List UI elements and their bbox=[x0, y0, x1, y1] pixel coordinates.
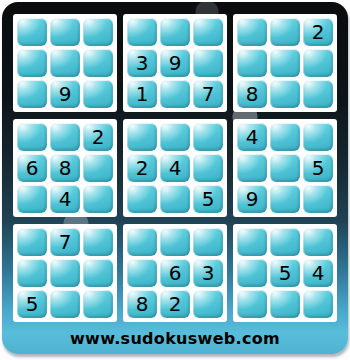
caption-band: www.sudokusweb.com bbox=[2, 322, 348, 354]
cell-r9c5[interactable]: 2 bbox=[160, 290, 190, 318]
cell-r4c8[interactable] bbox=[270, 123, 300, 151]
cell-r8c4[interactable] bbox=[127, 259, 157, 287]
cell-r2c3[interactable] bbox=[83, 49, 113, 77]
cell-r7c5[interactable] bbox=[160, 228, 190, 256]
cell-r8c9[interactable]: 4 bbox=[303, 259, 333, 287]
cell-r1c9[interactable]: 2 bbox=[303, 18, 333, 46]
cell-r3c2[interactable]: 9 bbox=[50, 80, 80, 108]
cell-r8c7[interactable] bbox=[237, 259, 267, 287]
cell-r8c5[interactable]: 6 bbox=[160, 259, 190, 287]
sudoku-box: 6382 bbox=[123, 224, 227, 322]
cell-r9c2[interactable] bbox=[50, 290, 80, 318]
cell-r4c5[interactable] bbox=[160, 123, 190, 151]
cell-r5c5[interactable]: 4 bbox=[160, 154, 190, 182]
cell-r1c3[interactable] bbox=[83, 18, 113, 46]
sudoku-box: 54 bbox=[233, 224, 337, 322]
cell-r3c3[interactable] bbox=[83, 80, 113, 108]
sudoku-board-panel: 9 3917 28 2684 245 459 75 6382 54 www.su… bbox=[2, 2, 348, 354]
cell-r6c4[interactable] bbox=[127, 185, 157, 213]
cell-r3c7[interactable]: 8 bbox=[237, 80, 267, 108]
cell-r9c4[interactable]: 8 bbox=[127, 290, 157, 318]
cell-r5c7[interactable] bbox=[237, 154, 267, 182]
cell-r2c1[interactable] bbox=[17, 49, 47, 77]
sudoku-box: 9 bbox=[13, 14, 117, 112]
cell-r9c8[interactable] bbox=[270, 290, 300, 318]
cell-r2c5[interactable]: 9 bbox=[160, 49, 190, 77]
cell-r3c1[interactable] bbox=[17, 80, 47, 108]
cell-r6c7[interactable]: 9 bbox=[237, 185, 267, 213]
cell-r8c3[interactable] bbox=[83, 259, 113, 287]
cell-r2c4[interactable]: 3 bbox=[127, 49, 157, 77]
cell-r4c2[interactable] bbox=[50, 123, 80, 151]
cell-r7c7[interactable] bbox=[237, 228, 267, 256]
cell-r6c3[interactable] bbox=[83, 185, 113, 213]
cell-r4c6[interactable] bbox=[193, 123, 223, 151]
cell-r9c1[interactable]: 5 bbox=[17, 290, 47, 318]
cell-r5c9[interactable]: 5 bbox=[303, 154, 333, 182]
cell-r4c1[interactable] bbox=[17, 123, 47, 151]
sudoku-box: 75 bbox=[13, 224, 117, 322]
cell-r6c2[interactable]: 4 bbox=[50, 185, 80, 213]
cell-r1c5[interactable] bbox=[160, 18, 190, 46]
cell-r1c7[interactable] bbox=[237, 18, 267, 46]
cell-r3c9[interactable] bbox=[303, 80, 333, 108]
cell-r9c6[interactable] bbox=[193, 290, 223, 318]
cell-r9c9[interactable] bbox=[303, 290, 333, 318]
cell-r5c8[interactable] bbox=[270, 154, 300, 182]
cell-r2c9[interactable] bbox=[303, 49, 333, 77]
cell-r8c8[interactable]: 5 bbox=[270, 259, 300, 287]
cell-r5c3[interactable] bbox=[83, 154, 113, 182]
cell-r6c5[interactable] bbox=[160, 185, 190, 213]
cell-r7c9[interactable] bbox=[303, 228, 333, 256]
sudoku-box: 3917 bbox=[123, 14, 227, 112]
cell-r1c4[interactable] bbox=[127, 18, 157, 46]
cell-r7c3[interactable] bbox=[83, 228, 113, 256]
cell-r9c3[interactable] bbox=[83, 290, 113, 318]
sudoku-box: 459 bbox=[233, 119, 337, 217]
cell-r2c6[interactable] bbox=[193, 49, 223, 77]
cell-r3c5[interactable] bbox=[160, 80, 190, 108]
sudoku-box: 245 bbox=[123, 119, 227, 217]
cell-r1c2[interactable] bbox=[50, 18, 80, 46]
cell-r6c6[interactable]: 5 bbox=[193, 185, 223, 213]
sudoku-box: 2684 bbox=[13, 119, 117, 217]
cell-r9c7[interactable] bbox=[237, 290, 267, 318]
sudoku-grid: 9 3917 28 2684 245 459 75 6382 54 bbox=[13, 14, 337, 322]
cell-r7c6[interactable] bbox=[193, 228, 223, 256]
cell-r7c2[interactable]: 7 bbox=[50, 228, 80, 256]
website-link[interactable]: www.sudokusweb.com bbox=[70, 329, 280, 348]
cell-r1c8[interactable] bbox=[270, 18, 300, 46]
cell-r5c6[interactable] bbox=[193, 154, 223, 182]
cell-r7c8[interactable] bbox=[270, 228, 300, 256]
sudoku-box: 28 bbox=[233, 14, 337, 112]
cell-r4c4[interactable] bbox=[127, 123, 157, 151]
cell-r5c4[interactable]: 2 bbox=[127, 154, 157, 182]
cell-r4c7[interactable]: 4 bbox=[237, 123, 267, 151]
cell-r7c4[interactable] bbox=[127, 228, 157, 256]
cell-r2c2[interactable] bbox=[50, 49, 80, 77]
cell-r5c1[interactable]: 6 bbox=[17, 154, 47, 182]
cell-r5c2[interactable]: 8 bbox=[50, 154, 80, 182]
cell-r1c1[interactable] bbox=[17, 18, 47, 46]
cell-r8c2[interactable] bbox=[50, 259, 80, 287]
cell-r3c8[interactable] bbox=[270, 80, 300, 108]
cell-r6c1[interactable] bbox=[17, 185, 47, 213]
cell-r4c3[interactable]: 2 bbox=[83, 123, 113, 151]
cell-r7c1[interactable] bbox=[17, 228, 47, 256]
cell-r2c7[interactable] bbox=[237, 49, 267, 77]
cell-r3c4[interactable]: 1 bbox=[127, 80, 157, 108]
cell-r6c9[interactable] bbox=[303, 185, 333, 213]
cell-r1c6[interactable] bbox=[193, 18, 223, 46]
cell-r2c8[interactable] bbox=[270, 49, 300, 77]
cell-r6c8[interactable] bbox=[270, 185, 300, 213]
cell-r8c1[interactable] bbox=[17, 259, 47, 287]
cell-r4c9[interactable] bbox=[303, 123, 333, 151]
cell-r3c6[interactable]: 7 bbox=[193, 80, 223, 108]
cell-r8c6[interactable]: 3 bbox=[193, 259, 223, 287]
